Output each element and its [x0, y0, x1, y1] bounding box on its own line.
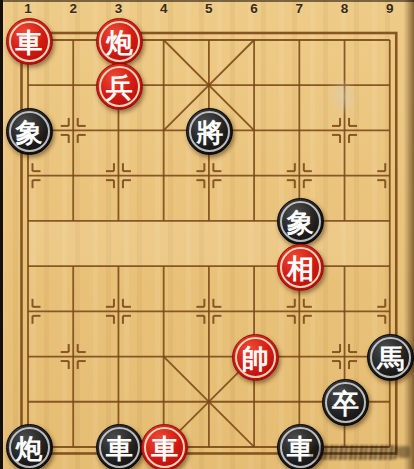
- piece-black-general[interactable]: 將: [186, 108, 233, 155]
- piece-glyph: 帥: [242, 345, 269, 372]
- piece-glyph: 車: [151, 435, 178, 462]
- file-label-1: 1: [17, 1, 39, 16]
- piece-glyph: 馬: [377, 345, 404, 372]
- file-label-2: 2: [62, 1, 84, 16]
- file-label-4: 4: [153, 1, 175, 16]
- piece-red-chariot[interactable]: 車: [141, 424, 188, 469]
- file-label-7: 7: [288, 1, 310, 16]
- piece-black-elephant[interactable]: 象: [277, 198, 324, 245]
- xiangqi-board[interactable]: 123456789 車炮兵象將象相帥馬卒炮車車車: [0, 0, 414, 469]
- piece-glyph: 炮: [16, 435, 43, 462]
- piece-glyph: 象: [287, 209, 314, 236]
- piece-glyph: 車: [16, 29, 43, 56]
- piece-glyph: 相: [287, 255, 314, 282]
- piece-glyph: 象: [16, 119, 43, 146]
- watermark-smudge-tail: [398, 446, 410, 458]
- board-right-edge: [403, 0, 414, 469]
- piece-glyph: 車: [106, 435, 133, 462]
- piece-black-soldier[interactable]: 卒: [322, 379, 369, 426]
- piece-glyph: 兵: [106, 74, 133, 101]
- file-label-6: 6: [243, 1, 265, 16]
- board-top-edge: [0, 0, 414, 2]
- piece-red-elephant[interactable]: 相: [277, 244, 324, 291]
- piece-red-general[interactable]: 帥: [232, 334, 279, 381]
- piece-black-chariot[interactable]: 車: [96, 424, 143, 469]
- file-label-3: 3: [107, 1, 129, 16]
- file-label-9: 9: [379, 1, 401, 16]
- piece-red-cannon[interactable]: 炮: [96, 18, 143, 65]
- piece-black-cannon[interactable]: 炮: [6, 424, 53, 469]
- watermark-smudge: [309, 445, 401, 460]
- piece-black-horse[interactable]: 馬: [367, 334, 414, 381]
- piece-glyph: 炮: [106, 29, 133, 56]
- file-label-8: 8: [334, 1, 356, 16]
- piece-glyph: 卒: [332, 390, 359, 417]
- file-label-5: 5: [198, 1, 220, 16]
- piece-black-elephant[interactable]: 象: [6, 108, 53, 155]
- piece-red-chariot[interactable]: 車: [6, 18, 53, 65]
- board-left-edge: [0, 0, 3, 469]
- piece-glyph: 將: [196, 119, 223, 146]
- piece-red-soldier[interactable]: 兵: [96, 63, 143, 110]
